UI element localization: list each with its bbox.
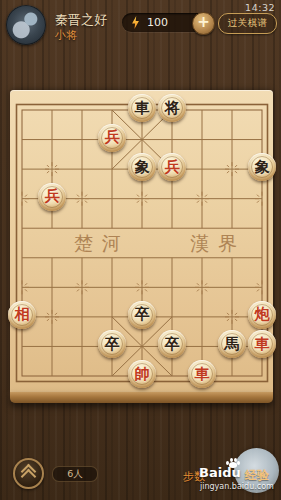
lightning-icon (131, 16, 140, 29)
piece-black-elephant[interactable]: 象 (248, 153, 276, 181)
piece-glyph: 相 (15, 307, 30, 322)
piece-glyph: 車 (135, 101, 150, 116)
board-base (10, 392, 273, 403)
app-screen: 14:32 秦晋之好 小将 100 + 过关棋谱 楚河 漢界 車将兵象兵象兵相卒… (0, 0, 281, 500)
piece-red-chariot[interactable]: 車 (188, 360, 216, 388)
piece-black-soldier[interactable]: 卒 (128, 301, 156, 329)
expand-panel-button[interactable] (13, 458, 44, 489)
piece-red-soldier[interactable]: 兵 (158, 153, 186, 181)
system-clock: 14:32 (245, 2, 275, 13)
player-rank-badge: 小将 (55, 28, 77, 43)
piece-glyph: 帥 (135, 367, 150, 382)
player-name: 秦晋之好 (55, 11, 107, 29)
watermark-url: jingyan.baidu.com (200, 482, 274, 491)
piece-black-general[interactable]: 将 (158, 94, 186, 122)
piece-glyph: 象 (255, 160, 270, 175)
piece-glyph: 車 (255, 337, 270, 352)
piece-black-elephant[interactable]: 象 (128, 153, 156, 181)
piece-red-general[interactable]: 帥 (128, 360, 156, 388)
piece-red-cannon[interactable]: 炮 (248, 301, 276, 329)
piece-glyph: 炮 (255, 307, 270, 322)
paw-icon (226, 458, 240, 468)
piece-glyph: 象 (135, 160, 150, 175)
piece-red-soldier[interactable]: 兵 (38, 183, 66, 211)
avatar[interactable] (6, 5, 46, 45)
piece-glyph: 卒 (135, 307, 150, 322)
energy-value: 100 (147, 16, 168, 29)
piece-glyph: 馬 (225, 337, 240, 352)
piece-glyph: 卒 (105, 337, 120, 352)
river-label-left: 楚河 (74, 232, 130, 254)
piece-red-elephant[interactable]: 相 (8, 301, 36, 329)
piece-glyph: 車 (195, 367, 210, 382)
piece-glyph: 将 (165, 101, 180, 116)
piece-red-soldier[interactable]: 兵 (98, 124, 126, 152)
piece-glyph: 兵 (105, 130, 120, 145)
piece-glyph: 兵 (45, 189, 60, 204)
add-energy-button[interactable]: + (192, 12, 215, 35)
piece-glyph: 卒 (165, 337, 180, 352)
online-players-count: 6人 (52, 466, 98, 482)
piece-black-chariot[interactable]: 車 (128, 94, 156, 122)
puzzle-records-button[interactable]: 过关棋谱 (218, 13, 277, 34)
river-label-right: 漢界 (190, 232, 246, 254)
piece-glyph: 兵 (165, 160, 180, 175)
